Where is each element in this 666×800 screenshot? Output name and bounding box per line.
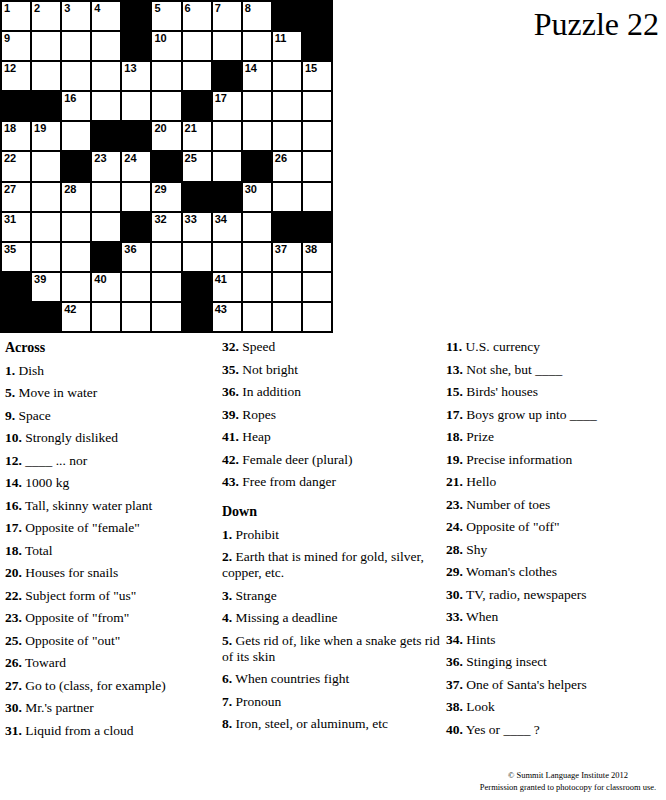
block-cell-r6c9 xyxy=(243,152,271,180)
clue-down-21: 21 Hello xyxy=(446,474,662,490)
grid-cell-r5c11[interactable] xyxy=(303,122,331,150)
grid-cell-r11c3[interactable]: 42 xyxy=(62,303,90,331)
grid-cell-r2c8[interactable] xyxy=(213,32,241,60)
clue-number: 31 xyxy=(5,723,22,738)
clue-column-left: Across 1 Dish5 Move in water9 Space10 St… xyxy=(5,339,217,745)
clue-text: Strange xyxy=(236,588,277,603)
cell-number: 42 xyxy=(64,303,76,316)
grid-cell-r3c2[interactable] xyxy=(32,62,60,90)
clue-number: 12 xyxy=(5,453,22,468)
cell-number: 28 xyxy=(64,183,76,196)
clue-across-1: 1 Dish xyxy=(5,363,217,379)
cell-number: 6 xyxy=(185,2,191,15)
clue-down-38: 38 Look xyxy=(446,699,662,715)
cell-number: 8 xyxy=(245,2,251,15)
clue-number: 37 xyxy=(446,677,463,692)
clue-text: Free from danger xyxy=(242,474,336,489)
clue-text: Subject form of "us" xyxy=(25,588,136,603)
clue-across-18: 18 Total xyxy=(5,543,217,559)
clue-number: 33 xyxy=(446,609,463,624)
clue-down-30: 30 TV, radio, newspapers xyxy=(446,587,662,603)
grid-cell-r6c8[interactable] xyxy=(213,152,241,180)
block-cell-r11c7 xyxy=(183,303,211,331)
clue-number: 23 xyxy=(446,497,463,512)
clue-text: Move in water xyxy=(19,385,98,400)
clue-number: 23 xyxy=(5,610,22,625)
clue-across-35: 35 Not bright xyxy=(222,362,442,378)
grid-cell-r5c8[interactable] xyxy=(213,122,241,150)
clue-text: Toward xyxy=(25,655,66,670)
grid-cell-r8c4[interactable] xyxy=(92,213,120,241)
grid-cell-r10c4[interactable]: 40 xyxy=(92,273,120,301)
clue-text: Space xyxy=(19,408,51,423)
cell-number: 43 xyxy=(215,303,227,316)
block-cell-r10c7 xyxy=(183,273,211,301)
grid-cell-r9c10[interactable]: 37 xyxy=(273,243,301,271)
clue-text: Mr.'s partner xyxy=(25,700,93,715)
grid-cell-r4c4[interactable] xyxy=(92,92,120,120)
grid-cell-r11c6[interactable] xyxy=(152,303,180,331)
grid-cell-r9c3[interactable] xyxy=(62,243,90,271)
grid-cell-r10c2[interactable]: 39 xyxy=(32,273,60,301)
clue-number: 16 xyxy=(5,498,22,513)
clue-text: Opposite of "out" xyxy=(25,633,120,648)
clue-across-32: 32 Speed xyxy=(222,339,442,355)
crossword-page: 1234567891011121314151617181920212223242… xyxy=(0,0,666,800)
grid-cell-r7c3[interactable]: 28 xyxy=(62,183,90,211)
block-cell-r5c5 xyxy=(122,122,150,150)
clue-across-10: 10 Strongly disliked xyxy=(5,430,217,446)
cell-number: 33 xyxy=(185,213,197,226)
clue-number: 17 xyxy=(5,520,22,535)
clue-text: When xyxy=(466,609,498,624)
grid-cell-r3c4[interactable] xyxy=(92,62,120,90)
block-cell-r6c3 xyxy=(62,152,90,180)
clue-number: 30 xyxy=(446,587,463,602)
cell-number: 22 xyxy=(4,152,16,165)
clue-number: 4 xyxy=(222,610,232,625)
block-cell-r8c11 xyxy=(303,213,331,241)
grid-cell-r9c7[interactable] xyxy=(183,243,211,271)
cell-number: 32 xyxy=(154,213,166,226)
clue-text: Earth that is mined for gold, silver, co… xyxy=(222,549,424,580)
clue-text: Heap xyxy=(242,429,270,444)
clue-number: 35 xyxy=(222,362,239,377)
block-cell-r7c7 xyxy=(183,183,211,211)
block-cell-r2c11 xyxy=(303,32,331,60)
block-cell-r5c4 xyxy=(92,122,120,150)
block-cell-r1c11 xyxy=(303,2,331,30)
grid-cell-r6c1[interactable]: 22 xyxy=(2,152,30,180)
grid-cell-r10c8[interactable]: 41 xyxy=(213,273,241,301)
clue-down-6: 6 When countries fight xyxy=(222,671,442,687)
grid-cell-r3c7[interactable] xyxy=(183,62,211,90)
clue-number: 42 xyxy=(222,452,239,467)
grid-cell-r8c7[interactable]: 33 xyxy=(183,213,211,241)
clue-down-5: 5 Gets rid of, like when a snake gets ri… xyxy=(222,633,442,665)
clue-text: TV, radio, newspapers xyxy=(466,587,586,602)
clue-down-15: 15 Birds' houses xyxy=(446,384,662,400)
clue-text: Missing a deadline xyxy=(236,610,338,625)
clue-down-7: 7 Pronoun xyxy=(222,694,442,710)
cell-number: 24 xyxy=(124,152,136,165)
across-clues-part2: 32 Speed35 Not bright36 In addition39 Ro… xyxy=(222,339,442,490)
puzzle-title: Puzzle 22 xyxy=(534,5,659,43)
grid-cell-r2c2[interactable] xyxy=(32,32,60,60)
clue-down-8: 8 Iron, steel, or aluminum, etc xyxy=(222,716,442,732)
cell-number: 13 xyxy=(124,62,136,75)
grid-cell-r8c3[interactable] xyxy=(62,213,90,241)
grid-cell-r8c9[interactable] xyxy=(243,213,271,241)
grid-cell-r7c5[interactable] xyxy=(122,183,150,211)
clue-number: 15 xyxy=(446,384,463,399)
clue-text: Number of toes xyxy=(466,497,550,512)
grid-cell-r6c11[interactable] xyxy=(303,152,331,180)
clue-text: Precise information xyxy=(466,452,572,467)
grid-cell-r5c7[interactable]: 21 xyxy=(183,122,211,150)
clue-text: Hello xyxy=(466,474,496,489)
grid-cell-r6c4[interactable]: 23 xyxy=(92,152,120,180)
grid-cell-r10c6[interactable] xyxy=(152,273,180,301)
clue-number: 18 xyxy=(5,543,22,558)
block-cell-r11c1 xyxy=(2,303,30,331)
clue-number: 1 xyxy=(222,527,232,542)
across-header: Across xyxy=(5,339,217,356)
clue-number: 20 xyxy=(5,565,22,580)
clue-text: Opposite of "off" xyxy=(466,519,559,534)
block-cell-r6c6 xyxy=(152,152,180,180)
across-clues-part1: 1 Dish5 Move in water9 Space10 Strongly … xyxy=(5,363,217,739)
grid-cell-r2c7[interactable] xyxy=(183,32,211,60)
cell-number: 41 xyxy=(215,273,227,286)
clue-text: Birds' houses xyxy=(466,384,538,399)
cell-number: 38 xyxy=(305,243,317,256)
clue-across-42: 42 Female deer (plural) xyxy=(222,452,442,468)
grid-cell-r9c5[interactable]: 36 xyxy=(122,243,150,271)
clue-across-30: 30 Mr.'s partner xyxy=(5,700,217,716)
clue-text: Prohibit xyxy=(236,527,280,542)
grid-cell-r8c8[interactable]: 34 xyxy=(213,213,241,241)
clue-across-23: 23 Opposite of "from" xyxy=(5,610,217,626)
grid-cell-r4c10[interactable] xyxy=(273,92,301,120)
clue-across-5: 5 Move in water xyxy=(5,385,217,401)
clue-number: 10 xyxy=(5,430,22,445)
clue-text: Look xyxy=(466,699,495,714)
cell-number: 34 xyxy=(215,213,227,226)
grid-cell-r4c5[interactable] xyxy=(122,92,150,120)
grid-cell-r11c9[interactable] xyxy=(243,303,271,331)
grid-cell-r11c8[interactable]: 43 xyxy=(213,303,241,331)
down-clues-part1: 1 Prohibit2 Earth that is mined for gold… xyxy=(222,527,442,733)
clue-number: 34 xyxy=(446,632,463,647)
grid-cell-r2c10[interactable]: 11 xyxy=(273,32,301,60)
cell-number: 21 xyxy=(185,122,197,135)
grid-cell-r5c1[interactable]: 18 xyxy=(2,122,30,150)
clue-text: ____ ... nor xyxy=(25,453,87,468)
clue-number: 32 xyxy=(222,339,239,354)
clue-across-9: 9 Space xyxy=(5,408,217,424)
clue-number: 38 xyxy=(446,699,463,714)
grid-cell-r5c2[interactable]: 19 xyxy=(32,122,60,150)
grid-cell-r4c6[interactable] xyxy=(152,92,180,120)
clue-number: 43 xyxy=(222,474,239,489)
clue-number: 17 xyxy=(446,407,463,422)
grid-cell-r7c10[interactable] xyxy=(273,183,301,211)
grid-cell-r11c4[interactable] xyxy=(92,303,120,331)
clue-text: Go to (class, for example) xyxy=(25,678,166,693)
clue-down-4: 4 Missing a deadline xyxy=(222,610,442,626)
clue-text: Hints xyxy=(466,632,495,647)
block-cell-r2c5 xyxy=(122,32,150,60)
clue-text: Iron, steel, or aluminum, etc xyxy=(236,716,389,731)
clue-number: 40 xyxy=(446,722,463,737)
cell-number: 7 xyxy=(215,2,221,15)
grid-cell-r2c9[interactable] xyxy=(243,32,271,60)
cell-number: 3 xyxy=(64,2,70,15)
copyright-line: © Summit Language Institute 2012 xyxy=(472,770,664,782)
grid-cell-r3c5[interactable]: 13 xyxy=(122,62,150,90)
clue-across-43: 43 Free from danger xyxy=(222,474,442,490)
grid-cell-r1c6[interactable]: 5 xyxy=(152,2,180,30)
clue-number: 11 xyxy=(446,339,462,354)
cell-number: 27 xyxy=(4,183,16,196)
clue-number: 6 xyxy=(222,671,232,686)
clue-down-13: 13 Not she, but ____ xyxy=(446,362,662,378)
clue-number: 14 xyxy=(5,475,22,490)
grid-cell-r9c11[interactable]: 38 xyxy=(303,243,331,271)
grid-cell-r7c6[interactable]: 29 xyxy=(152,183,180,211)
clue-number: 25 xyxy=(5,633,22,648)
block-cell-r1c5 xyxy=(122,2,150,30)
clue-text: In addition xyxy=(242,384,301,399)
clue-text: One of Santa's helpers xyxy=(466,677,587,692)
grid-cell-r1c8[interactable]: 7 xyxy=(213,2,241,30)
clue-across-17: 17 Opposite of "female" xyxy=(5,520,217,536)
down-clues-part2: 11 U.S. currency13 Not she, but ____15 B… xyxy=(446,339,662,738)
cell-number: 26 xyxy=(275,152,287,165)
grid-cell-r1c2[interactable]: 2 xyxy=(32,2,60,30)
clue-text: Dish xyxy=(19,363,45,378)
grid-cell-r2c6[interactable]: 10 xyxy=(152,32,180,60)
grid-cell-r11c5[interactable] xyxy=(122,303,150,331)
cell-number: 14 xyxy=(245,62,257,75)
clue-across-20: 20 Houses for snails xyxy=(5,565,217,581)
clue-across-16: 16 Tall, skinny water plant xyxy=(5,498,217,514)
clue-text: Ropes xyxy=(242,407,276,422)
clue-number: 5 xyxy=(5,385,15,400)
clue-number: 36 xyxy=(222,384,239,399)
clue-down-28: 28 Shy xyxy=(446,542,662,558)
clue-across-39: 39 Ropes xyxy=(222,407,442,423)
grid-cell-r9c2[interactable] xyxy=(32,243,60,271)
grid-cell-r7c1[interactable]: 27 xyxy=(2,183,30,211)
block-cell-r4c7 xyxy=(183,92,211,120)
grid-cell-r4c3[interactable]: 16 xyxy=(62,92,90,120)
grid-cell-r1c3[interactable]: 3 xyxy=(62,2,90,30)
grid-cell-r8c6[interactable]: 32 xyxy=(152,213,180,241)
footer: © Summit Language Institute 2012 Permiss… xyxy=(472,770,664,793)
cell-number: 17 xyxy=(215,92,227,105)
clue-text: Prize xyxy=(466,429,494,444)
cell-number: 18 xyxy=(4,122,16,135)
clue-number: 8 xyxy=(222,716,232,731)
grid-cell-r5c9[interactable] xyxy=(243,122,271,150)
grid-cell-r1c4[interactable]: 4 xyxy=(92,2,120,30)
clue-number: 26 xyxy=(5,655,22,670)
clue-number: 24 xyxy=(446,519,463,534)
clue-text: Not bright xyxy=(242,362,298,377)
clue-down-19: 19 Precise information xyxy=(446,452,662,468)
cell-number: 29 xyxy=(154,183,166,196)
grid-cell-r11c10[interactable] xyxy=(273,303,301,331)
grid-cell-r7c4[interactable] xyxy=(92,183,120,211)
clue-down-3: 3 Strange xyxy=(222,588,442,604)
clue-text: Stinging insect xyxy=(466,654,547,669)
clue-number: 13 xyxy=(446,362,463,377)
clue-across-27: 27 Go to (class, for example) xyxy=(5,678,217,694)
grid-cell-r6c7[interactable]: 25 xyxy=(183,152,211,180)
clue-down-1: 1 Prohibit xyxy=(222,527,442,543)
clue-number: 36 xyxy=(446,654,463,669)
clue-number: 3 xyxy=(222,588,232,603)
clue-text: 1000 kg xyxy=(25,475,69,490)
grid-cell-r11c11[interactable] xyxy=(303,303,331,331)
clue-across-41: 41 Heap xyxy=(222,429,442,445)
clue-across-26: 26 Toward xyxy=(5,655,217,671)
grid-cell-r7c2[interactable] xyxy=(32,183,60,211)
clue-down-29: 29 Woman's clothes xyxy=(446,564,662,580)
cell-number: 2 xyxy=(34,2,40,15)
clue-across-12: 12 ____ ... nor xyxy=(5,453,217,469)
grid-cell-r1c7[interactable]: 6 xyxy=(183,2,211,30)
grid-cell-r3c9[interactable]: 14 xyxy=(243,62,271,90)
grid-cell-r2c1[interactable]: 9 xyxy=(2,32,30,60)
grid-cell-r5c6[interactable]: 20 xyxy=(152,122,180,150)
clue-down-40: 40 Yes or ____ ? xyxy=(446,722,662,738)
grid-cell-r5c3[interactable] xyxy=(62,122,90,150)
clue-number: 41 xyxy=(222,429,239,444)
cell-number: 12 xyxy=(4,62,16,75)
cell-number: 40 xyxy=(94,273,106,286)
grid-cell-r3c3[interactable] xyxy=(62,62,90,90)
clue-text: Woman's clothes xyxy=(466,564,557,579)
grid-cell-r6c10[interactable]: 26 xyxy=(273,152,301,180)
grid-cell-r10c9[interactable] xyxy=(243,273,271,301)
cell-number: 9 xyxy=(4,32,10,45)
grid-cell-r8c1[interactable]: 31 xyxy=(2,213,30,241)
clue-text: Female deer (plural) xyxy=(242,452,352,467)
grid-cell-r9c6[interactable] xyxy=(152,243,180,271)
clue-down-17: 17 Boys grow up into ____ xyxy=(446,407,662,423)
block-cell-r9c4 xyxy=(92,243,120,271)
block-cell-r11c2 xyxy=(32,303,60,331)
grid-cell-r10c10[interactable] xyxy=(273,273,301,301)
grid-cell-r10c5[interactable] xyxy=(122,273,150,301)
clue-text: Opposite of "female" xyxy=(25,520,140,535)
block-cell-r3c8 xyxy=(213,62,241,90)
clue-text: Boys grow up into ____ xyxy=(466,407,597,422)
cell-number: 37 xyxy=(275,243,287,256)
clue-text: Speed xyxy=(242,339,275,354)
clue-down-34: 34 Hints xyxy=(446,632,662,648)
grid-cell-r3c1[interactable]: 12 xyxy=(2,62,30,90)
clue-column-right: 11 U.S. currency13 Not she, but ____15 B… xyxy=(446,339,662,744)
clue-down-11: 11 U.S. currency xyxy=(446,339,662,355)
clue-text: Tall, skinny water plant xyxy=(25,498,152,513)
clue-number: 30 xyxy=(5,700,22,715)
clue-text: Pronoun xyxy=(236,694,282,709)
clue-down-23: 23 Number of toes xyxy=(446,497,662,513)
grid-cell-r8c2[interactable] xyxy=(32,213,60,241)
cell-number: 1 xyxy=(4,2,10,15)
clue-text: When countries fight xyxy=(235,671,349,686)
grid-cell-r6c2[interactable] xyxy=(32,152,60,180)
grid-cell-r10c3[interactable] xyxy=(62,273,90,301)
clue-text: Houses for snails xyxy=(25,565,118,580)
grid-cell-r9c8[interactable] xyxy=(213,243,241,271)
cell-number: 19 xyxy=(34,122,46,135)
down-header: Down xyxy=(222,503,442,520)
cell-number: 15 xyxy=(305,62,317,75)
clue-text: Liquid from a cloud xyxy=(25,723,133,738)
grid-cell-r6c5[interactable]: 24 xyxy=(122,152,150,180)
grid-cell-r10c11[interactable] xyxy=(303,273,331,301)
clue-down-37: 37 One of Santa's helpers xyxy=(446,677,662,693)
grid-cell-r4c11[interactable] xyxy=(303,92,331,120)
clue-across-25: 25 Opposite of "out" xyxy=(5,633,217,649)
clue-down-36: 36 Stinging insect xyxy=(446,654,662,670)
grid-cell-r5c10[interactable] xyxy=(273,122,301,150)
clue-number: 39 xyxy=(222,407,239,422)
clue-number: 5 xyxy=(222,633,232,648)
block-cell-r8c10 xyxy=(273,213,301,241)
grid-cell-r2c4[interactable] xyxy=(92,32,120,60)
cell-number: 16 xyxy=(64,92,76,105)
clue-text: Shy xyxy=(466,542,487,557)
clue-number: 29 xyxy=(446,564,463,579)
block-cell-r8c5 xyxy=(122,213,150,241)
grid-cell-r1c9[interactable]: 8 xyxy=(243,2,271,30)
block-cell-r4c1 xyxy=(2,92,30,120)
clue-text: Gets rid of, like when a snake gets rid … xyxy=(222,633,440,664)
clue-text: Yes or ____ ? xyxy=(466,722,540,737)
grid-cell-r4c9[interactable] xyxy=(243,92,271,120)
grid-cell-r7c9[interactable]: 30 xyxy=(243,183,271,211)
grid-cell-r3c11[interactable]: 15 xyxy=(303,62,331,90)
cell-number: 31 xyxy=(4,213,16,226)
clue-number: 2 xyxy=(222,549,232,564)
clue-across-22: 22 Subject form of "us" xyxy=(5,588,217,604)
cell-number: 20 xyxy=(154,122,166,135)
grid-cell-r9c1[interactable]: 35 xyxy=(2,243,30,271)
grid-cell-r9c9[interactable] xyxy=(243,243,271,271)
grid-cell-r3c6[interactable] xyxy=(152,62,180,90)
grid-cell-r2c3[interactable] xyxy=(62,32,90,60)
cell-number: 35 xyxy=(4,243,16,256)
cell-number: 23 xyxy=(94,152,106,165)
block-cell-r10c1 xyxy=(2,273,30,301)
grid-cell-r7c11[interactable] xyxy=(303,183,331,211)
cell-number: 10 xyxy=(154,32,166,45)
clue-number: 18 xyxy=(446,429,463,444)
permission-line: Permission granted to photocopy for clas… xyxy=(472,782,664,794)
grid-cell-r1c1[interactable]: 1 xyxy=(2,2,30,30)
clue-text: Opposite of "from" xyxy=(25,610,129,625)
grid-cell-r3c10[interactable] xyxy=(273,62,301,90)
clue-number: 19 xyxy=(446,452,463,467)
cell-number: 36 xyxy=(124,243,136,256)
grid-cell-r4c8[interactable]: 17 xyxy=(213,92,241,120)
